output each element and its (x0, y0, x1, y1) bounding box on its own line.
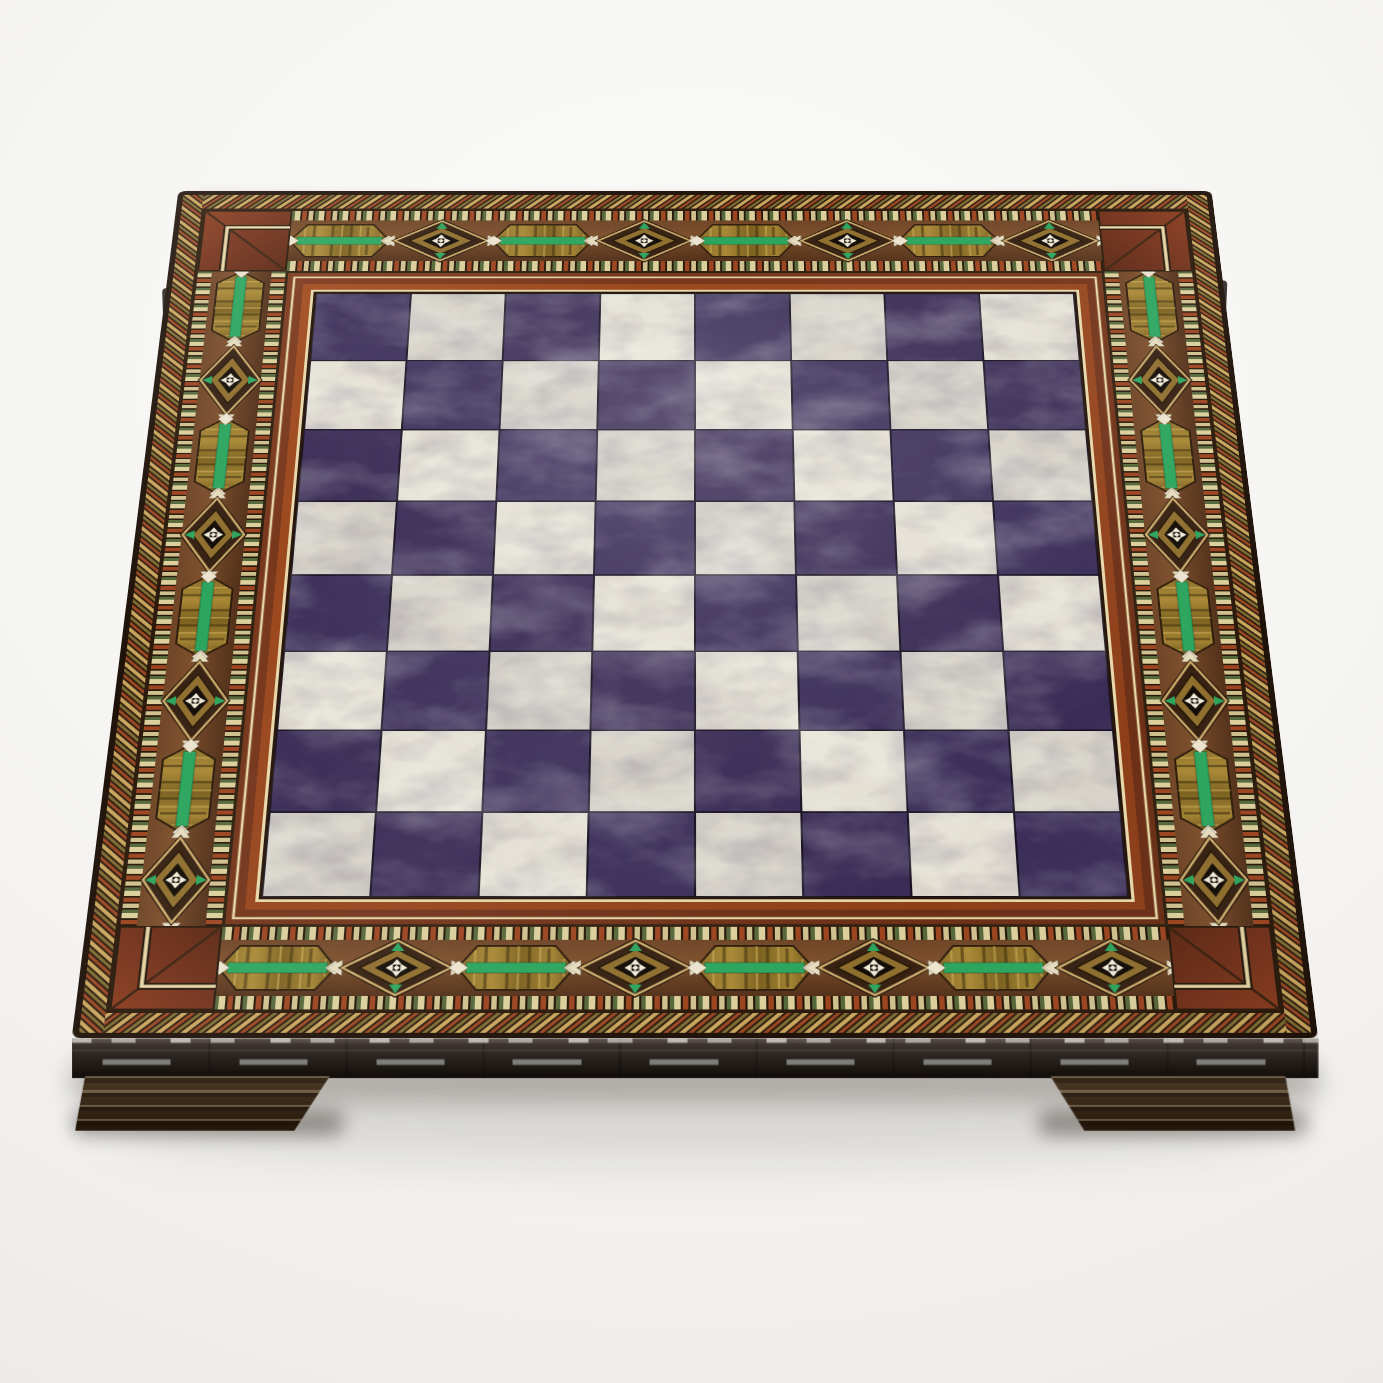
lacquer-gloss (72, 191, 1319, 1038)
board-top-graphic (72, 191, 1319, 1038)
front-left-foot (75, 1076, 330, 1131)
front-groove (72, 1049, 1319, 1051)
front-right-foot (1050, 1076, 1295, 1131)
front-inlay-dashes (103, 1059, 1288, 1065)
board-front-face (72, 1038, 1319, 1078)
glossy-edge-highlight (72, 1038, 1319, 1042)
board-top-surface (72, 191, 1319, 1038)
photo-background (0, 0, 1383, 1383)
